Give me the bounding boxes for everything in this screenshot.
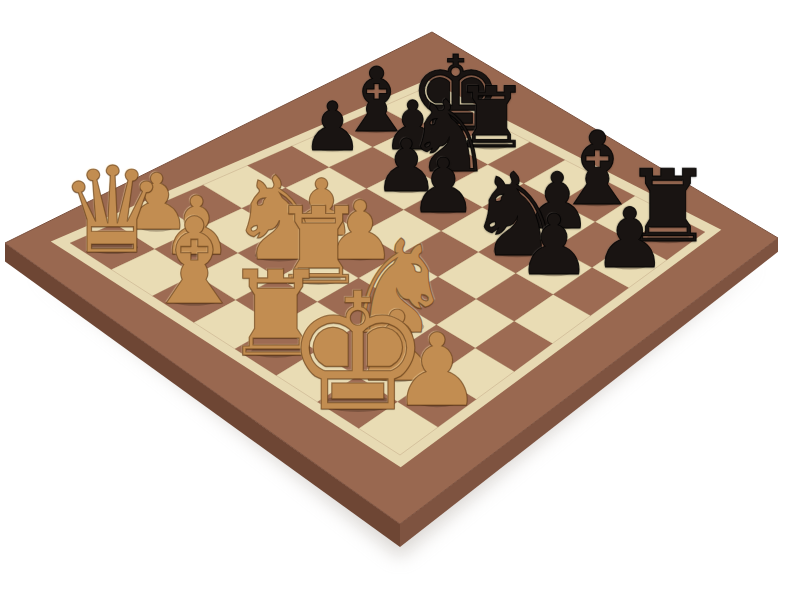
black-pawn-a6[interactable]: ♟	[302, 93, 362, 160]
black-pawn-h7[interactable]: ♟	[593, 198, 667, 281]
chess-photo-stage: ♛♟♟♝♞♟♜♟♜♞♚♟♟♟♝♟♚♟♞♜♟♞♟♝♟♟♜	[0, 0, 800, 600]
black-pawn-g6[interactable]: ♟	[517, 204, 592, 288]
white-king-g1[interactable]: ♚	[285, 272, 431, 434]
